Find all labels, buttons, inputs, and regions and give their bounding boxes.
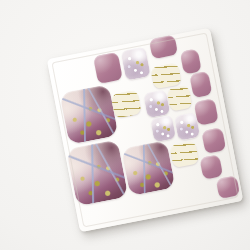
nail-sticker-solid-mauve [189, 71, 212, 98]
nail-sticker-lavender-glitter [150, 115, 176, 143]
sticker-grid [47, 28, 210, 60]
nail-sticker-solid-mauve [216, 175, 240, 199]
nail-sticker-gold-squiggle [111, 90, 142, 119]
nail-sticker-lavender-glitter [121, 46, 151, 80]
product-photo-background: 608 [0, 0, 250, 250]
nail-sticker-gold-squiggle [169, 141, 199, 169]
nail-wrap-sheet: 608 [47, 28, 244, 232]
nail-sticker-lavender-glitter [174, 112, 200, 141]
nail-sticker-gold-squiggle [167, 85, 193, 112]
nail-sticker-solid-mauve [199, 154, 223, 179]
nail-sticker-gradient-plum-marble [121, 140, 175, 196]
nail-sticker-gradient-plum-marble [59, 84, 118, 145]
nail-sticker-lavender-glitter [143, 89, 170, 118]
nail-sticker-gradient-plum-marble [66, 139, 128, 206]
nail-sticker-solid-mauve [149, 35, 178, 60]
nail-sticker-solid-mauve [201, 127, 226, 154]
nail-sticker-solid-mauve [93, 52, 123, 84]
nail-sticker-gold-squiggle [150, 63, 182, 90]
nail-sticker-solid-mauve [180, 49, 202, 75]
